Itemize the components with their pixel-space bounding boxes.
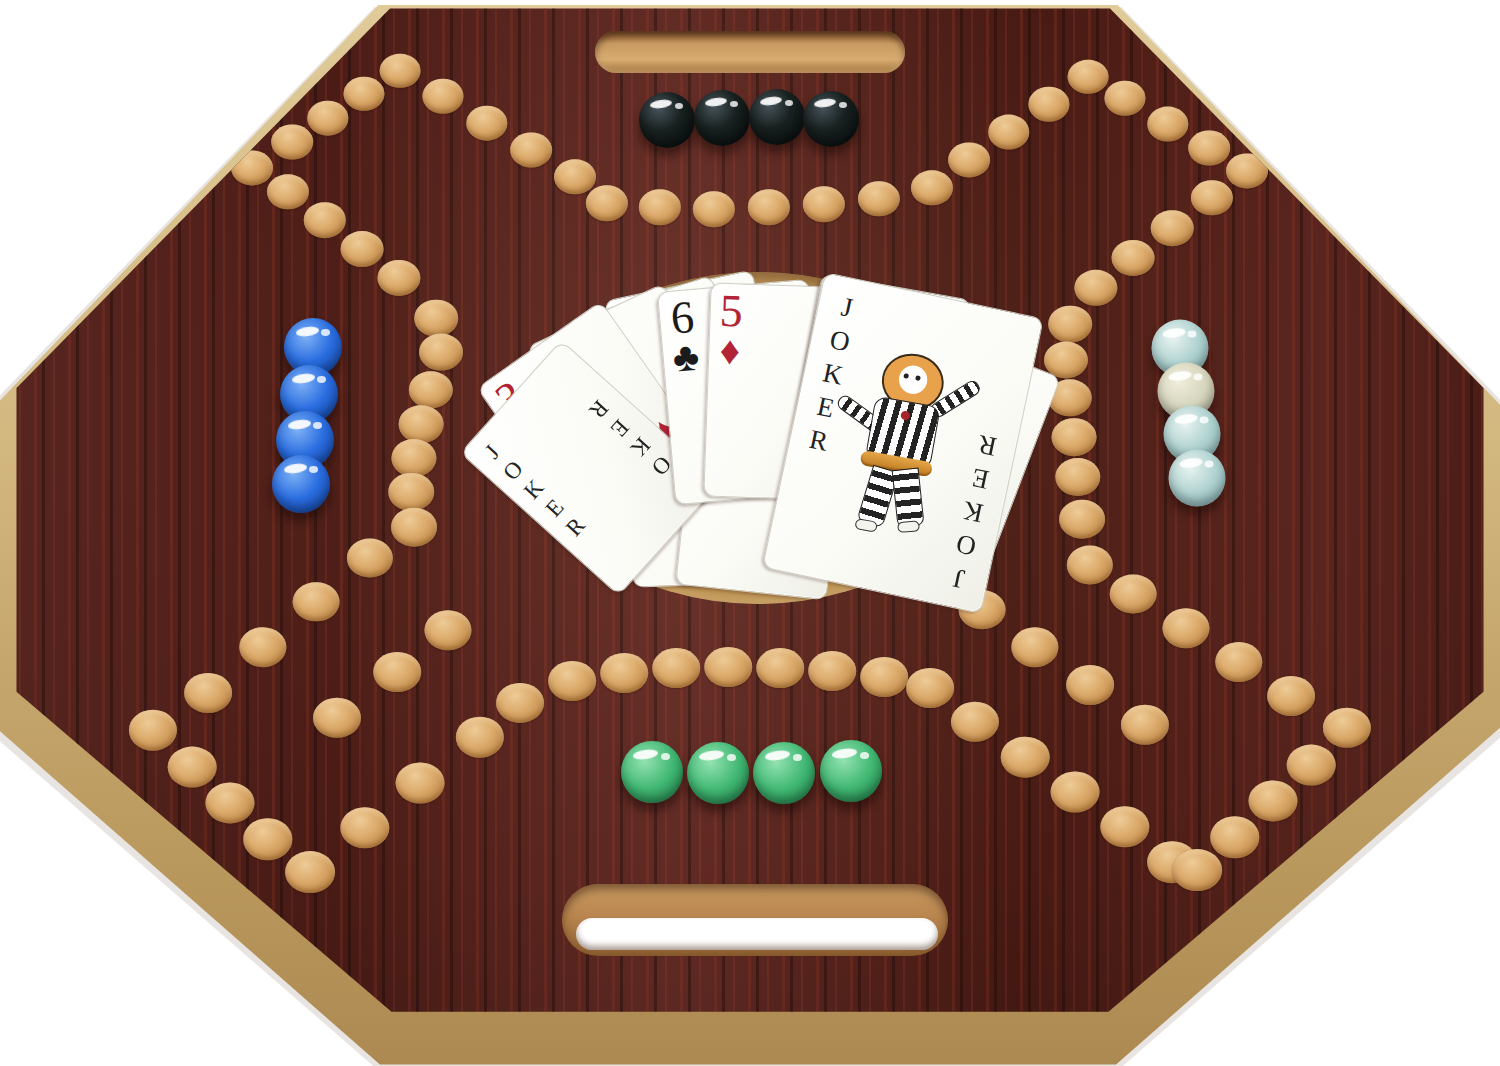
hole-top-track-row-3 <box>693 191 735 227</box>
hole-top-right-corner-return-4 <box>1074 270 1117 306</box>
hole-bottom-track-row-7 <box>860 657 908 697</box>
hole-top-left-corner-edge-1 <box>343 77 384 111</box>
hole-bottom-track-row-6 <box>808 651 856 691</box>
card-suit-icon: ♦ <box>718 333 742 369</box>
green-marble-2 <box>687 742 749 804</box>
carry-handle-slot-top <box>595 31 905 73</box>
hole-right-track-column-7 <box>1067 546 1113 585</box>
carry-handle-slot-bottom <box>576 918 938 950</box>
hole-top-left-corner-edge-2 <box>307 101 348 136</box>
hole-bottom-track-row-2 <box>600 653 648 693</box>
hole-left-track-column-7 <box>391 508 437 547</box>
hole-top-left-corner-out-4 <box>422 79 463 114</box>
hole-bottom-left-corner-1 <box>129 710 177 751</box>
hole-bottom-track-row-1 <box>548 661 596 701</box>
hole-top-left-corner-return-1 <box>267 174 309 209</box>
hole-top-track-row-4 <box>748 189 790 225</box>
hole-top-left-corner-return-2 <box>304 202 346 238</box>
hole-bottom-left-up-4 <box>496 683 544 723</box>
jester-shoe-part <box>897 520 920 533</box>
hole-right-track-column-1 <box>1048 306 1092 343</box>
hole-top-left-corner-out-5 <box>380 54 421 88</box>
green-marble-1 <box>621 741 683 803</box>
hole-bottom-track-row-5 <box>756 648 804 688</box>
hole-top-track-row-6 <box>858 181 900 216</box>
green-marble-4 <box>820 740 882 802</box>
hole-bottom-right-corner-1 <box>1323 708 1371 748</box>
hole-left-track-column-6 <box>388 473 434 511</box>
card-corner-index: 5♦ <box>718 291 744 369</box>
hole-left-bottom-bend-4 <box>184 673 232 713</box>
hole-top-track-row-1 <box>586 185 628 221</box>
hole-bottom-right-return-4 <box>1172 849 1222 891</box>
hole-top-left-corner-out-3 <box>466 106 507 141</box>
hole-top-right-corner-edge-1 <box>1104 81 1145 116</box>
hole-left-track-column-4 <box>399 405 444 443</box>
card-rank: 6 <box>668 297 698 340</box>
hole-right-finish-line-2 <box>1011 627 1058 667</box>
jester-leg-part <box>892 467 925 528</box>
hole-top-right-corner-out-1 <box>948 142 990 177</box>
board-photo: 5♥5♥2♣2♣2♠2♠3♥3♥JOKERJOKER6♣6♣5♦5♦3♦3♦JO… <box>0 0 1500 1066</box>
black-marble-3 <box>749 89 805 145</box>
hole-bottom-right-return-3 <box>1210 816 1259 858</box>
hole-top-left-corner-out-2 <box>510 132 552 167</box>
hole-bottom-left-up-2 <box>396 763 445 804</box>
hole-bottom-track-row-3 <box>652 648 700 688</box>
hole-right-bottom-bend-3 <box>1215 642 1262 682</box>
hole-top-left-corner-out-1 <box>554 159 596 194</box>
hole-bottom-track-row-4 <box>704 647 752 687</box>
hole-top-right-corner-out-4 <box>1068 60 1109 94</box>
hole-top-right-corner-edge-3 <box>1188 131 1230 166</box>
hole-right-finish-line-4 <box>1121 705 1169 745</box>
hole-bottom-right-return-2 <box>1248 780 1297 821</box>
hole-top-left-corner-return-4 <box>377 260 420 296</box>
hole-bottom-left-return-3 <box>243 818 292 860</box>
hole-bottom-left-up-3 <box>456 717 504 758</box>
hole-top-left-corner-edge-3 <box>271 125 313 160</box>
black-marble-2 <box>694 90 750 146</box>
hole-left-finish-line-2 <box>373 652 421 692</box>
hole-left-track-column-2 <box>419 334 463 371</box>
hole-right-bottom-bend-4 <box>1267 676 1315 716</box>
hole-bottom-left-return-2 <box>205 782 254 823</box>
card-suit-icon: ♣ <box>671 339 700 376</box>
hole-bottom-left-return-1 <box>168 747 217 788</box>
hole-right-track-column-5 <box>1055 458 1100 496</box>
aqua-marble-4 <box>1169 450 1226 507</box>
hole-bottom-right-down-1 <box>951 702 999 742</box>
hole-top-right-corner-out-3 <box>1028 87 1069 122</box>
green-marble-3 <box>753 742 815 804</box>
hole-left-bottom-bend-1 <box>347 539 393 578</box>
hole-left-track-column-1 <box>414 300 458 337</box>
hole-top-track-row-5 <box>803 186 845 222</box>
hole-right-track-column-6 <box>1059 500 1105 539</box>
hole-top-track-row-2 <box>639 189 681 225</box>
hole-bottom-left-return-4 <box>285 851 335 893</box>
hole-right-bottom-bend-2 <box>1162 608 1209 648</box>
hole-top-right-corner-return-2 <box>1151 210 1194 246</box>
black-marble-4 <box>803 91 859 147</box>
hole-left-bottom-bend-3 <box>239 627 286 667</box>
hole-top-right-corner-return-3 <box>1112 240 1155 276</box>
card-rank: 5 <box>719 291 743 332</box>
hole-left-bottom-bend-2 <box>293 582 340 621</box>
card-corner-index: 6♣ <box>668 297 701 377</box>
hole-left-track-column-3 <box>409 371 453 408</box>
hole-top-left-corner-return-3 <box>341 231 384 267</box>
hole-bottom-track-row-8 <box>906 668 954 708</box>
hole-right-track-column-4 <box>1052 418 1097 456</box>
hole-bottom-right-down-2 <box>1001 737 1050 778</box>
hole-right-finish-line-3 <box>1066 665 1114 705</box>
hole-bottom-right-down-4 <box>1100 806 1149 847</box>
joker-label: JOKER <box>474 434 595 547</box>
hole-left-finish-line-3 <box>424 610 471 650</box>
hole-bottom-left-up-1 <box>340 807 389 848</box>
hole-top-right-corner-return-1 <box>1191 180 1233 215</box>
hole-top-right-corner-out-2 <box>988 115 1029 150</box>
hole-top-track-row-7 <box>911 170 953 205</box>
hole-top-right-corner-edge-2 <box>1147 107 1188 142</box>
hole-bottom-right-return-1 <box>1287 745 1336 786</box>
black-marble-1 <box>639 92 695 148</box>
hole-left-finish-line-1 <box>313 698 361 738</box>
hole-right-bottom-bend-1 <box>1110 574 1157 613</box>
hole-left-track-column-5 <box>391 439 436 477</box>
hole-bottom-right-down-3 <box>1051 771 1100 812</box>
blue-marble-4 <box>272 455 330 513</box>
